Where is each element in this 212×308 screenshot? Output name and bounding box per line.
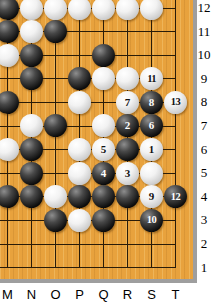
point-Q2[interactable] [92, 232, 116, 256]
row-label-2: 2 [196, 236, 212, 252]
move-number-S3: 10 [140, 209, 163, 232]
stone-black-M11[interactable] [0, 20, 19, 43]
stone-black-S8[interactable]: 8 [140, 91, 163, 114]
stone-black-M4[interactable] [0, 185, 19, 208]
stone-white-Q12[interactable] [92, 0, 115, 20]
point-M7[interactable] [0, 114, 20, 138]
row-label-11: 11 [196, 24, 212, 40]
stone-black-Q3[interactable] [92, 209, 115, 232]
row-label-7: 7 [196, 118, 212, 134]
point-S10[interactable] [140, 43, 164, 67]
move-number-Q5: 4 [92, 162, 115, 185]
point-M2[interactable] [0, 232, 20, 256]
stone-black-O11[interactable] [44, 20, 67, 43]
point-Q7[interactable] [92, 114, 116, 138]
move-number-S7: 6 [140, 114, 163, 137]
point-T3[interactable] [164, 209, 188, 233]
point-P12[interactable] [68, 0, 92, 20]
stone-black-Q4[interactable] [92, 185, 115, 208]
stone-white-S12[interactable] [140, 0, 163, 20]
point-N3[interactable] [20, 209, 44, 233]
point-O4[interactable] [44, 185, 68, 209]
point-R12[interactable] [116, 0, 140, 20]
point-S8[interactable]: 8 [140, 91, 164, 115]
point-N10[interactable] [20, 43, 44, 67]
move-number-S9: 11 [140, 67, 163, 90]
row-label-4: 4 [196, 189, 212, 205]
stone-white-S4[interactable]: 9 [140, 185, 163, 208]
column-label-T: T [164, 285, 188, 305]
row-label-6: 6 [196, 142, 212, 158]
point-P8[interactable] [68, 91, 92, 115]
point-M4[interactable] [0, 185, 20, 209]
move-number-S8: 8 [140, 91, 163, 114]
point-M8[interactable] [0, 91, 20, 115]
stone-black-Q5[interactable]: 4 [92, 162, 115, 185]
stone-black-S3[interactable]: 10 [140, 209, 163, 232]
stone-white-S5[interactable] [140, 162, 163, 185]
stone-white-N11[interactable] [20, 20, 43, 43]
stone-black-R6[interactable] [116, 138, 139, 161]
point-R7[interactable]: 2 [116, 114, 140, 138]
point-T5[interactable] [164, 161, 188, 185]
point-N5[interactable] [20, 161, 44, 185]
point-S5[interactable] [140, 161, 164, 185]
stone-white-R9[interactable] [116, 67, 139, 90]
point-P6[interactable] [68, 138, 92, 162]
stone-black-S7[interactable]: 6 [140, 114, 163, 137]
point-S11[interactable] [140, 20, 164, 44]
point-R10[interactable] [116, 43, 140, 67]
point-Q10[interactable] [92, 43, 116, 67]
point-M11[interactable] [0, 20, 20, 44]
stone-white-N12[interactable] [20, 0, 43, 20]
stone-white-Q9[interactable] [92, 67, 115, 90]
stone-black-M12[interactable] [0, 0, 19, 20]
stone-white-P3[interactable] [68, 209, 91, 232]
stone-black-P4[interactable] [68, 185, 91, 208]
point-R3[interactable] [116, 209, 140, 233]
point-S3[interactable]: 10 [140, 209, 164, 233]
go-diagram: 11781326514391210 121110987654321 MNOPQR… [0, 0, 212, 308]
stone-black-N4[interactable] [20, 185, 43, 208]
row-label-10: 10 [196, 47, 212, 63]
stone-white-Q6[interactable]: 5 [92, 138, 115, 161]
column-label-S: S [140, 285, 164, 305]
point-Q5[interactable]: 4 [92, 161, 116, 185]
point-O10[interactable] [44, 43, 68, 67]
move-number-R8: 7 [116, 91, 139, 114]
stone-black-N6[interactable] [20, 138, 43, 161]
row-label-5: 5 [196, 165, 212, 181]
point-N8[interactable] [20, 91, 44, 115]
point-M12[interactable] [0, 0, 20, 20]
stone-white-M6[interactable] [0, 138, 19, 161]
stone-black-M8[interactable] [0, 91, 19, 114]
point-T9[interactable] [164, 67, 188, 91]
stone-black-N9[interactable] [20, 67, 43, 90]
column-label-Q: Q [92, 285, 116, 305]
move-number-R5: 3 [116, 162, 139, 185]
move-number-S4: 9 [140, 185, 163, 208]
point-N2[interactable] [20, 232, 44, 256]
stone-white-P6[interactable] [68, 138, 91, 161]
row-label-3: 3 [196, 212, 212, 228]
row-label-1: 1 [196, 260, 212, 276]
point-P4[interactable] [68, 185, 92, 209]
point-T6[interactable] [164, 138, 188, 162]
column-label-O: O [44, 285, 68, 305]
point-T10[interactable] [164, 43, 188, 67]
board-edge-shadow-bottom [0, 279, 197, 283]
point-T7[interactable] [164, 114, 188, 138]
move-number-T8: 13 [164, 91, 187, 114]
point-O9[interactable] [44, 67, 68, 91]
point-T4[interactable]: 12 [164, 185, 188, 209]
move-number-R7: 2 [116, 114, 139, 137]
point-Q9[interactable] [92, 67, 116, 91]
stone-black-N5[interactable] [20, 162, 43, 185]
point-O12[interactable] [44, 0, 68, 20]
stone-white-R5[interactable]: 3 [116, 162, 139, 185]
stone-white-R12[interactable] [116, 0, 139, 20]
stone-white-P12[interactable] [68, 0, 91, 20]
stone-black-T4[interactable]: 12 [164, 185, 187, 208]
stone-white-N7[interactable] [20, 114, 43, 137]
stone-white-M10[interactable] [0, 44, 19, 67]
row-label-12: 12 [196, 0, 212, 16]
stone-white-P5[interactable] [68, 162, 91, 185]
point-M5[interactable] [0, 161, 20, 185]
point-M1[interactable] [0, 256, 20, 280]
point-O7[interactable] [44, 114, 68, 138]
point-R11[interactable] [116, 20, 140, 44]
move-number-S6: 1 [140, 138, 163, 161]
point-T8[interactable]: 13 [164, 91, 188, 115]
row-label-8: 8 [196, 94, 212, 110]
stone-black-R4[interactable] [116, 185, 139, 208]
stone-black-R7[interactable]: 2 [116, 114, 139, 137]
point-R4[interactable] [116, 185, 140, 209]
point-M6[interactable] [0, 138, 20, 162]
point-Q3[interactable] [92, 209, 116, 233]
point-T2[interactable] [164, 232, 188, 256]
stone-black-O7[interactable] [44, 114, 67, 137]
column-label-M: M [0, 285, 20, 305]
stone-white-O12[interactable] [44, 0, 67, 20]
point-T11[interactable] [164, 20, 188, 44]
column-label-P: P [68, 285, 92, 305]
point-Q11[interactable] [92, 20, 116, 44]
stone-black-Q10[interactable] [92, 44, 115, 67]
point-N1[interactable] [20, 256, 44, 280]
stone-white-P8[interactable] [68, 91, 91, 114]
point-O3[interactable] [44, 209, 68, 233]
stone-white-Q7[interactable] [92, 114, 115, 137]
point-M3[interactable] [0, 209, 20, 233]
move-number-T4: 12 [164, 185, 187, 208]
point-P9[interactable] [68, 67, 92, 91]
row-label-9: 9 [196, 71, 212, 87]
point-R8[interactable]: 7 [116, 91, 140, 115]
point-O2[interactable] [44, 232, 68, 256]
point-R1[interactable] [116, 256, 140, 280]
point-P11[interactable] [68, 20, 92, 44]
point-N11[interactable] [20, 20, 44, 44]
point-Q1[interactable] [92, 256, 116, 280]
stone-white-S6[interactable]: 1 [140, 138, 163, 161]
go-board: 11781326514391210 [0, 0, 193, 279]
stone-white-R8[interactable]: 7 [116, 91, 139, 114]
point-T12[interactable] [164, 0, 188, 20]
point-R5[interactable]: 3 [116, 161, 140, 185]
point-O8[interactable] [44, 91, 68, 115]
point-M10[interactable] [0, 43, 20, 67]
move-number-Q6: 5 [92, 138, 115, 161]
point-P10[interactable] [68, 43, 92, 67]
point-R9[interactable] [116, 67, 140, 91]
point-N6[interactable] [20, 138, 44, 162]
point-R6[interactable] [116, 138, 140, 162]
point-Q12[interactable] [92, 0, 116, 20]
point-Q4[interactable] [92, 185, 116, 209]
point-N7[interactable] [20, 114, 44, 138]
point-M9[interactable] [0, 67, 20, 91]
point-N12[interactable] [20, 0, 44, 20]
column-label-R: R [116, 285, 140, 305]
point-P2[interactable] [68, 232, 92, 256]
point-Q6[interactable]: 5 [92, 138, 116, 162]
point-P5[interactable] [68, 161, 92, 185]
point-S1[interactable] [140, 256, 164, 280]
stone-black-N10[interactable] [20, 44, 43, 67]
point-S4[interactable]: 9 [140, 185, 164, 209]
point-T1[interactable] [164, 256, 188, 280]
stone-black-P9[interactable] [68, 67, 91, 90]
stone-white-S9[interactable]: 11 [140, 67, 163, 90]
point-S2[interactable] [140, 232, 164, 256]
stone-white-T8[interactable]: 13 [164, 91, 187, 114]
point-N9[interactable] [20, 67, 44, 91]
point-N4[interactable] [20, 185, 44, 209]
point-S12[interactable] [140, 0, 164, 20]
point-Q8[interactable] [92, 91, 116, 115]
point-R2[interactable] [116, 232, 140, 256]
point-S6[interactable]: 1 [140, 138, 164, 162]
point-P1[interactable] [68, 256, 92, 280]
stone-white-O4[interactable] [44, 185, 67, 208]
stones-grid: 11781326514391210 [0, 0, 188, 279]
point-P3[interactable] [68, 209, 92, 233]
point-O11[interactable] [44, 20, 68, 44]
point-S7[interactable]: 6 [140, 114, 164, 138]
point-O6[interactable] [44, 138, 68, 162]
point-P7[interactable] [68, 114, 92, 138]
point-O5[interactable] [44, 161, 68, 185]
point-S9[interactable]: 11 [140, 67, 164, 91]
stone-black-O3[interactable] [44, 209, 67, 232]
column-label-N: N [20, 285, 44, 305]
point-O1[interactable] [44, 256, 68, 280]
